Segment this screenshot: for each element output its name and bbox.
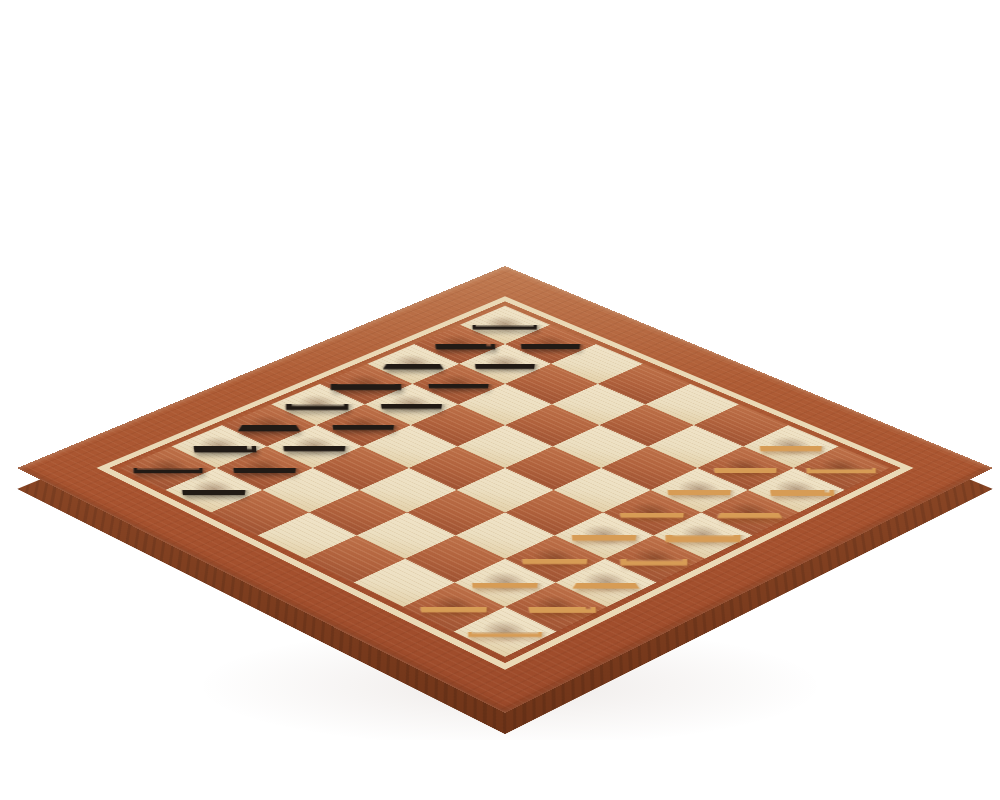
board-pieces: ♜♞♟♝♟♚♟♛♟♝♟♞♟♟♜♟♟♜♟♟♞♟♝♟♚♟♛♟♝♟♞♜ [120, 306, 889, 657]
chess-set-photo: ♜♞♟♝♟♚♟♛♟♝♟♞♟♟♜♟♟♜♟♟♞♟♝♟♚♟♛♟♝♟♞♜ [0, 0, 1000, 800]
